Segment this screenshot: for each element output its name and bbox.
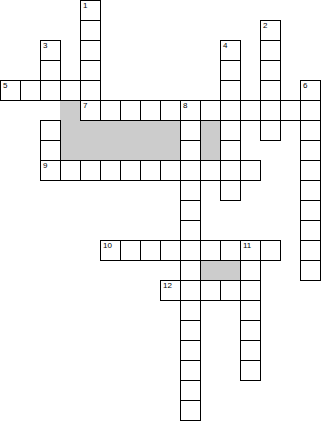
answer-cell-c4-r5[interactable]: 7 (80, 100, 101, 121)
answer-cell-c10-r12[interactable] (200, 240, 221, 261)
answer-cell-c15-r5[interactable] (300, 100, 321, 121)
clue-number-11: 11 (243, 241, 251, 250)
shaded-cell-c5-r7 (100, 140, 121, 161)
answer-cell-c15-r13[interactable] (300, 260, 321, 281)
answer-cell-c8-r14[interactable]: 12 (160, 280, 181, 301)
answer-cell-c12-r8[interactable] (240, 160, 261, 181)
clue-number-9: 9 (43, 161, 47, 170)
answer-cell-c12-r13[interactable] (240, 260, 261, 281)
answer-cell-c0-r4[interactable]: 5 (0, 80, 21, 101)
answer-cell-c9-r20[interactable] (180, 400, 201, 421)
answer-cell-c15-r8[interactable] (300, 160, 321, 181)
answer-cell-c11-r2[interactable]: 4 (220, 40, 241, 61)
answer-cell-c15-r4[interactable]: 6 (300, 80, 321, 101)
answer-cell-c12-r17[interactable] (240, 340, 261, 361)
answer-cell-c5-r12[interactable]: 10 (100, 240, 121, 261)
answer-cell-c2-r2[interactable]: 3 (40, 40, 61, 61)
shaded-cell-c8-r6 (160, 120, 181, 141)
answer-cell-c14-r5[interactable] (280, 100, 301, 121)
answer-cell-c6-r8[interactable] (120, 160, 141, 181)
clue-number-3: 3 (43, 41, 47, 50)
answer-cell-c8-r5[interactable] (160, 100, 181, 121)
answer-cell-c3-r8[interactable] (60, 160, 81, 181)
answer-cell-c2-r4[interactable] (40, 80, 61, 101)
answer-cell-c4-r0[interactable]: 1 (80, 0, 101, 21)
answer-cell-c7-r12[interactable] (140, 240, 161, 261)
answer-cell-c9-r14[interactable] (180, 280, 201, 301)
shaded-cell-c10-r13 (200, 260, 221, 281)
answer-cell-c7-r8[interactable] (140, 160, 161, 181)
answer-cell-c4-r2[interactable] (80, 40, 101, 61)
answer-cell-c11-r14[interactable] (220, 280, 241, 301)
answer-cell-c13-r1[interactable]: 2 (260, 20, 281, 41)
answer-cell-c11-r7[interactable] (220, 140, 241, 161)
shaded-cell-c3-r5 (60, 100, 81, 121)
answer-cell-c9-r17[interactable] (180, 340, 201, 361)
answer-cell-c5-r5[interactable] (100, 100, 121, 121)
answer-cell-c15-r7[interactable] (300, 140, 321, 161)
answer-cell-c9-r10[interactable] (180, 200, 201, 221)
answer-cell-c9-r5[interactable]: 8 (180, 100, 201, 121)
answer-cell-c10-r5[interactable] (200, 100, 221, 121)
clue-number-10: 10 (103, 241, 112, 250)
answer-cell-c9-r16[interactable] (180, 320, 201, 341)
answer-cell-c8-r8[interactable] (160, 160, 181, 181)
answer-cell-c12-r16[interactable] (240, 320, 261, 341)
answer-cell-c6-r12[interactable] (120, 240, 141, 261)
answer-cell-c9-r6[interactable] (180, 120, 201, 141)
answer-cell-c13-r3[interactable] (260, 60, 281, 81)
answer-cell-c11-r4[interactable] (220, 80, 241, 101)
clue-number-8: 8 (183, 101, 187, 110)
answer-cell-c4-r1[interactable] (80, 20, 101, 41)
answer-cell-c1-r4[interactable] (20, 80, 41, 101)
clue-number-5: 5 (3, 81, 7, 90)
answer-cell-c9-r15[interactable] (180, 300, 201, 321)
answer-cell-c3-r4[interactable] (60, 80, 81, 101)
answer-cell-c10-r8[interactable] (200, 160, 221, 181)
answer-cell-c15-r11[interactable] (300, 220, 321, 241)
shaded-cell-c10-r7 (200, 140, 221, 161)
shaded-cell-c8-r7 (160, 140, 181, 161)
answer-cell-c12-r15[interactable] (240, 300, 261, 321)
answer-cell-c7-r5[interactable] (140, 100, 161, 121)
answer-cell-c11-r9[interactable] (220, 180, 241, 201)
answer-cell-c11-r6[interactable] (220, 120, 241, 141)
answer-cell-c2-r3[interactable] (40, 60, 61, 81)
answer-cell-c2-r8[interactable]: 9 (40, 160, 61, 181)
shaded-cell-c7-r6 (140, 120, 161, 141)
answer-cell-c11-r8[interactable] (220, 160, 241, 181)
shaded-cell-c6-r6 (120, 120, 141, 141)
clue-number-12: 12 (163, 281, 172, 290)
answer-cell-c15-r12[interactable] (300, 240, 321, 261)
clue-number-2: 2 (263, 21, 267, 30)
answer-cell-c15-r6[interactable] (300, 120, 321, 141)
shaded-cell-c4-r7 (80, 140, 101, 161)
answer-cell-c4-r8[interactable] (80, 160, 101, 181)
answer-cell-c13-r6[interactable] (260, 120, 281, 141)
answer-cell-c15-r9[interactable] (300, 180, 321, 201)
answer-cell-c11-r12[interactable] (220, 240, 241, 261)
shaded-cell-c3-r6 (60, 120, 81, 141)
answer-cell-c2-r7[interactable] (40, 140, 61, 161)
answer-cell-c9-r19[interactable] (180, 380, 201, 401)
answer-cell-c13-r12[interactable] (260, 240, 281, 261)
shaded-cell-c6-r7 (120, 140, 141, 161)
shaded-cell-c11-r13 (220, 260, 241, 281)
shaded-cell-c5-r6 (100, 120, 121, 141)
answer-cell-c11-r5[interactable] (220, 100, 241, 121)
answer-cell-c9-r12[interactable] (180, 240, 201, 261)
answer-cell-c10-r14[interactable] (200, 280, 221, 301)
answer-cell-c6-r5[interactable] (120, 100, 141, 121)
answer-cell-c4-r3[interactable] (80, 60, 101, 81)
answer-cell-c2-r6[interactable] (40, 120, 61, 141)
answer-cell-c4-r4[interactable] (80, 80, 101, 101)
answer-cell-c12-r14[interactable] (240, 280, 261, 301)
answer-cell-c9-r13[interactable] (180, 260, 201, 281)
clue-number-7: 7 (83, 101, 87, 110)
answer-cell-c12-r18[interactable] (240, 360, 261, 381)
answer-cell-c15-r10[interactable] (300, 200, 321, 221)
answer-cell-c12-r5[interactable] (240, 100, 261, 121)
clue-number-4: 4 (223, 41, 227, 50)
crossword-grid: 123456789101112 (0, 0, 321, 421)
answer-cell-c9-r7[interactable] (180, 140, 201, 161)
shaded-cell-c7-r7 (140, 140, 161, 161)
shaded-cell-c10-r6 (200, 120, 221, 141)
answer-cell-c9-r11[interactable] (180, 220, 201, 241)
clue-number-1: 1 (83, 1, 87, 10)
answer-cell-c9-r8[interactable] (180, 160, 201, 181)
answer-cell-c12-r12[interactable]: 11 (240, 240, 261, 261)
shaded-cell-c3-r7 (60, 140, 81, 161)
answer-cell-c5-r8[interactable] (100, 160, 121, 181)
answer-cell-c8-r12[interactable] (160, 240, 181, 261)
answer-cell-c9-r18[interactable] (180, 360, 201, 381)
shaded-cell-c4-r6 (80, 120, 101, 141)
answer-cell-c13-r5[interactable] (260, 100, 281, 121)
answer-cell-c13-r4[interactable] (260, 80, 281, 101)
answer-cell-c13-r2[interactable] (260, 40, 281, 61)
answer-cell-c11-r3[interactable] (220, 60, 241, 81)
clue-number-6: 6 (303, 81, 307, 90)
answer-cell-c9-r9[interactable] (180, 180, 201, 201)
